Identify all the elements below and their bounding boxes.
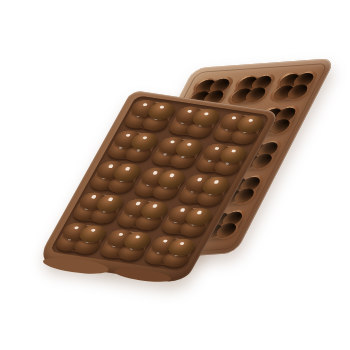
mold-cavity xyxy=(227,75,275,104)
mold-bump xyxy=(194,143,249,176)
mold-bump xyxy=(143,235,198,268)
mold-cavity xyxy=(269,72,317,101)
mold-bump xyxy=(211,112,266,145)
mold-bump xyxy=(160,204,215,237)
mold-bump xyxy=(177,174,232,207)
product-photo xyxy=(0,0,350,350)
